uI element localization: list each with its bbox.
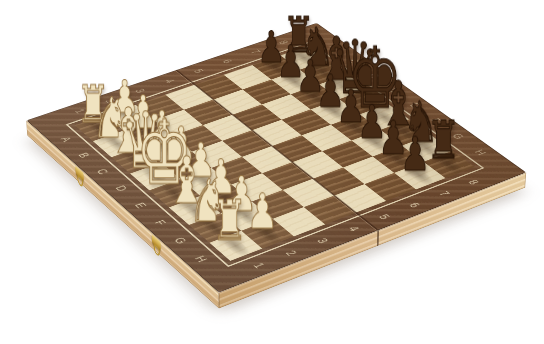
pieces-layer: ♜♞♝♛♚♝♞♜♟♟♟♟♟♟♟♟♟♟♟♟♟♟♟♟♜♞♝♛♚♝♞♜ [26, 23, 526, 293]
fold-seam-side [377, 230, 379, 246]
rook-glyph: ♜ [195, 193, 264, 248]
product-photo-scene: ABCDEFGH ABCDEFGH 87654321 87654321 ♜♞♝♛… [0, 0, 544, 344]
pawn-glyph: ♟ [382, 131, 448, 178]
chessboard: ABCDEFGH ABCDEFGH 87654321 87654321 ♜♞♝♛… [26, 23, 526, 293]
